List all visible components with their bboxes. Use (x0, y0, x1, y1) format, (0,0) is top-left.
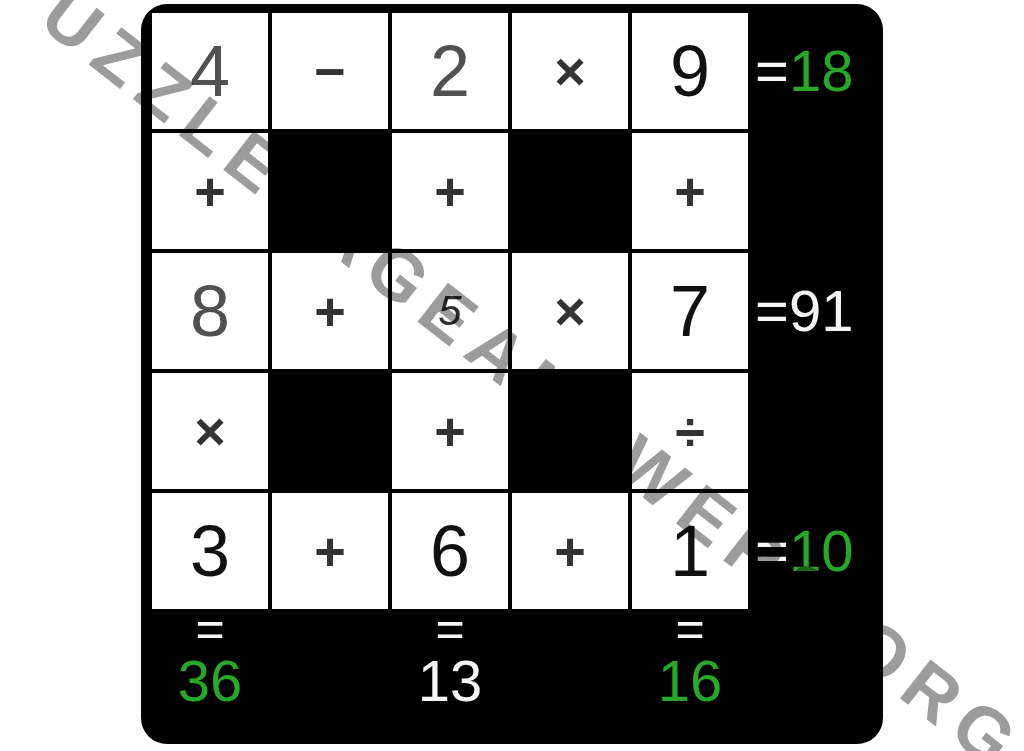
cell-r1c1-number[interactable]: 4 (152, 13, 268, 129)
cell-r1c3-number[interactable]: 2 (392, 13, 508, 129)
cell-r3c2-operator: + (272, 253, 388, 369)
operator-glyph: × (194, 404, 226, 458)
operator-glyph: × (554, 44, 586, 98)
operator-glyph: + (314, 284, 346, 338)
cell-r5c1-number[interactable]: 3 (152, 493, 268, 609)
result-value: 91 (789, 280, 854, 342)
entered-glyph: 4 (190, 35, 230, 107)
result-value: 18 (789, 40, 854, 102)
cell-r4c1-operator: × (152, 373, 268, 489)
entered-glyph: 2 (430, 35, 470, 107)
cell-r3c1-number[interactable]: 8 (152, 253, 268, 369)
cell-r5c2-operator: + (272, 493, 388, 609)
given-glyph: 9 (670, 35, 710, 107)
operator-glyph: ÷ (675, 404, 705, 458)
column-result-36: =36 (152, 606, 268, 708)
cell-r4c5-operator: ÷ (632, 373, 748, 489)
given-glyph: 6 (430, 515, 470, 587)
cell-r3c3-pencil-number[interactable]: 5 (392, 253, 508, 369)
cell-r3c5-number[interactable]: 7 (632, 253, 748, 369)
given-glyph: 1 (670, 515, 710, 587)
result-value: 16 (632, 654, 748, 708)
operator-glyph: + (314, 524, 346, 578)
operator-glyph: + (674, 164, 706, 218)
equals-sign: = (152, 606, 268, 652)
pencil-glyph: 5 (438, 290, 461, 332)
result-value: 10 (789, 520, 854, 582)
column-result-16: =16 (632, 606, 748, 708)
equals-sign: = (632, 606, 748, 652)
operator-glyph: + (554, 524, 586, 578)
given-glyph: 3 (190, 515, 230, 587)
operator-glyph: × (554, 284, 586, 338)
cell-r2c1-operator: + (152, 133, 268, 249)
cell-r2c3-operator: + (392, 133, 508, 249)
block-cell-r2c2 (272, 133, 388, 249)
cell-r3c4-operator: × (512, 253, 628, 369)
result-value: 13 (392, 654, 508, 708)
equals-sign: = (755, 40, 789, 102)
cell-r1c5-number[interactable]: 9 (632, 13, 748, 129)
equals-sign: = (755, 280, 789, 342)
cell-r5c3-number[interactable]: 6 (392, 493, 508, 609)
puzzle-grid: 4−2×9+++8+5×7×+÷3+6+1 (152, 13, 748, 609)
cell-r2c5-operator: + (632, 133, 748, 249)
row-result-10: =10 (755, 520, 853, 582)
column-result-13: =13 (392, 606, 508, 708)
operator-glyph: + (434, 404, 466, 458)
row-result-18: =18 (755, 40, 853, 102)
operator-glyph: + (434, 164, 466, 218)
given-glyph: 7 (670, 275, 710, 347)
cell-r1c2-operator: − (272, 13, 388, 129)
puzzle-board: 4−2×9+++8+5×7×+÷3+6+1 =18=91=10=36=13=16 (141, 4, 883, 744)
cell-r4c3-operator: + (392, 373, 508, 489)
equals-sign: = (392, 606, 508, 652)
equals-sign: = (755, 520, 789, 582)
operator-glyph: + (194, 164, 226, 218)
block-cell-r4c2 (272, 373, 388, 489)
cell-r5c4-operator: + (512, 493, 628, 609)
cell-r5c5-number[interactable]: 1 (632, 493, 748, 609)
operator-glyph: − (314, 44, 346, 98)
block-cell-r2c4 (512, 133, 628, 249)
row-result-91: =91 (755, 280, 853, 342)
cell-r1c4-operator: × (512, 13, 628, 129)
block-cell-r4c4 (512, 373, 628, 489)
entered-glyph: 8 (190, 275, 230, 347)
result-value: 36 (152, 654, 268, 708)
